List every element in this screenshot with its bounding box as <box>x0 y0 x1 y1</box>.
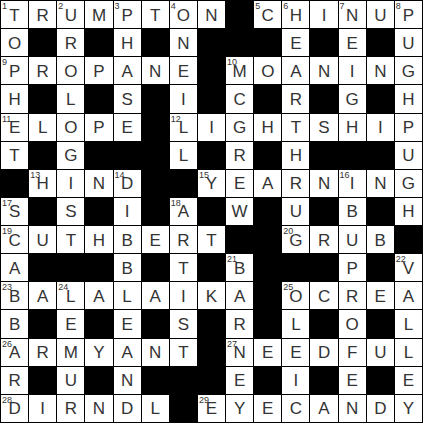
cell-letter: R <box>57 395 84 422</box>
cell-letter: N <box>142 57 169 84</box>
cell-r4c13[interactable]: I <box>367 114 394 141</box>
block-cell-r11c3 <box>85 310 112 337</box>
cell-r8c11[interactable]: R <box>310 226 337 253</box>
cell-r11c2[interactable]: E <box>57 310 84 337</box>
cell-letter: H <box>85 226 112 253</box>
cell-letter: N <box>85 395 112 422</box>
cell-r8c6[interactable]: R <box>170 226 197 253</box>
cell-r14c14[interactable]: Y <box>395 395 422 422</box>
cell-r0c1[interactable]: R <box>29 1 56 28</box>
cell-r10c6[interactable]: I <box>170 282 197 309</box>
cell-letter: R <box>226 310 253 337</box>
cell-letter: T <box>170 254 197 281</box>
cell-r5c0[interactable]: T <box>1 142 28 169</box>
cell-r12c6[interactable]: T <box>170 339 197 366</box>
cell-r12c14[interactable]: L <box>395 339 422 366</box>
cell-r8c10[interactable]: 20G <box>282 226 309 253</box>
cell-r11c8[interactable]: R <box>226 310 253 337</box>
block-cell-r3c1 <box>29 85 56 112</box>
cell-r4c9[interactable]: H <box>254 114 281 141</box>
cell-letter: S <box>170 310 197 337</box>
cell-letter: T <box>1 1 28 28</box>
block-cell-r7c9 <box>254 198 281 225</box>
block-cell-r9c5 <box>142 254 169 281</box>
cell-r2c13[interactable]: N <box>367 57 394 84</box>
cell-r14c11[interactable]: A <box>310 395 337 422</box>
cell-r14c2[interactable]: R <box>57 395 84 422</box>
block-cell-r7c1 <box>29 198 56 225</box>
cell-r6c12[interactable]: 16I <box>339 170 366 197</box>
cell-r2c3[interactable]: P <box>85 57 112 84</box>
block-cell-r13c13 <box>367 367 394 394</box>
cell-r14c13[interactable]: D <box>367 395 394 422</box>
cell-letter: E <box>1 114 28 141</box>
block-cell-r11c9 <box>254 310 281 337</box>
cell-r8c2[interactable]: T <box>57 226 84 253</box>
cell-r8c5[interactable]: E <box>142 226 169 253</box>
block-cell-r13c1 <box>29 367 56 394</box>
cell-r13c4[interactable]: N <box>114 367 141 394</box>
block-cell-r4c5 <box>142 114 169 141</box>
cell-r12c2[interactable]: M <box>57 339 84 366</box>
cell-r13c8[interactable]: E <box>226 367 253 394</box>
cell-r2c0[interactable]: 9P <box>1 57 28 84</box>
cell-letter: A <box>1 339 28 366</box>
cell-letter: G <box>57 142 84 169</box>
cell-r8c12[interactable]: U <box>339 226 366 253</box>
block-cell-r11c13 <box>367 310 394 337</box>
cell-letter: G <box>395 57 422 84</box>
cell-letter: U <box>57 367 84 394</box>
cell-letter: T <box>142 1 169 28</box>
cell-letter: B <box>339 198 366 225</box>
cell-r4c8[interactable]: G <box>226 114 253 141</box>
cell-r8c4[interactable]: B <box>114 226 141 253</box>
block-cell-r13c5 <box>142 367 169 394</box>
cell-r7c6[interactable]: 18A <box>170 198 197 225</box>
cell-r5c2[interactable]: G <box>57 142 84 169</box>
cell-r3c12[interactable]: G <box>339 85 366 112</box>
cell-r3c4[interactable]: S <box>114 85 141 112</box>
cell-letter: G <box>395 170 422 197</box>
cell-r0c0[interactable]: 1T <box>1 1 28 28</box>
block-cell-r9c9 <box>254 254 281 281</box>
cell-r11c4[interactable]: E <box>114 310 141 337</box>
cell-letter: O <box>57 57 84 84</box>
cell-letter: N <box>339 1 366 28</box>
cell-letter: D <box>367 395 394 422</box>
block-cell-r1c5 <box>142 29 169 56</box>
cell-letter: U <box>395 142 422 169</box>
cell-r12c13[interactable]: U <box>367 339 394 366</box>
cell-r1c14[interactable]: U <box>395 29 422 56</box>
cell-r4c12[interactable]: H <box>339 114 366 141</box>
cell-letter: I <box>310 1 337 28</box>
cell-r4c7[interactable]: I <box>198 114 225 141</box>
cell-letter: P <box>114 1 141 28</box>
cell-r6c7[interactable]: 15Y <box>198 170 225 197</box>
cell-letter: E <box>170 57 197 84</box>
cell-r12c8[interactable]: 27N <box>226 339 253 366</box>
block-cell-r3c11 <box>310 85 337 112</box>
cell-r10c0[interactable]: 23B <box>1 282 28 309</box>
cell-letter: T <box>170 339 197 366</box>
cell-r12c9[interactable]: E <box>254 339 281 366</box>
cell-letter: E <box>282 29 309 56</box>
cell-r0c7[interactable]: N <box>198 1 225 28</box>
cell-r6c3[interactable]: N <box>85 170 112 197</box>
cell-letter: P <box>339 254 366 281</box>
cell-r1c10[interactable]: E <box>282 29 309 56</box>
cell-r6c14[interactable]: G <box>395 170 422 197</box>
cell-letter: P <box>1 57 28 84</box>
cell-r0c3[interactable]: M <box>85 1 112 28</box>
cell-letter: L <box>395 339 422 366</box>
cell-r0c10[interactable]: 6H <box>282 1 309 28</box>
cell-r2c14[interactable]: G <box>395 57 422 84</box>
cell-r10c10[interactable]: 25O <box>282 282 309 309</box>
cell-r9c4[interactable]: B <box>114 254 141 281</box>
block-cell-r6c0 <box>1 170 28 197</box>
cell-r8c7[interactable]: T <box>198 226 225 253</box>
cell-r1c12[interactable]: E <box>339 29 366 56</box>
cell-r6c2[interactable]: I <box>57 170 84 197</box>
cell-r4c10[interactable]: T <box>282 114 309 141</box>
cell-r2c8[interactable]: 10M <box>226 57 253 84</box>
cell-letter: A <box>114 57 141 84</box>
cell-r3c6[interactable]: I <box>170 85 197 112</box>
block-cell-r5c1 <box>29 142 56 169</box>
cell-r2c10[interactable]: A <box>282 57 309 84</box>
cell-letter: A <box>85 282 112 309</box>
cell-letter: T <box>282 114 309 141</box>
cell-r0c5[interactable]: T <box>142 1 169 28</box>
cell-letter: L <box>282 310 309 337</box>
cell-r4c2[interactable]: O <box>57 114 84 141</box>
cell-r4c14[interactable]: P <box>395 114 422 141</box>
cell-r0c4[interactable]: 3P <box>114 1 141 28</box>
cell-r8c0[interactable]: 19C <box>1 226 28 253</box>
block-cell-r1c3 <box>85 29 112 56</box>
cell-r8c3[interactable]: H <box>85 226 112 253</box>
cell-r14c10[interactable]: C <box>282 395 309 422</box>
cell-r10c14[interactable]: A <box>395 282 422 309</box>
cell-letter: L <box>29 114 56 141</box>
block-cell-r3c3 <box>85 85 112 112</box>
cell-r10c4[interactable]: L <box>114 282 141 309</box>
block-cell-r1c9 <box>254 29 281 56</box>
cell-r2c9[interactable]: O <box>254 57 281 84</box>
block-cell-r5c3 <box>85 142 112 169</box>
cell-r4c3[interactable]: P <box>85 114 112 141</box>
cell-letter: A <box>170 198 197 225</box>
cell-r12c3[interactable]: Y <box>85 339 112 366</box>
cell-letter: H <box>339 114 366 141</box>
block-cell-r13c9 <box>254 367 281 394</box>
cell-letter: R <box>29 1 56 28</box>
cell-r13c14[interactable]: E <box>395 367 422 394</box>
block-cell-r9c3 <box>85 254 112 281</box>
cell-letter: E <box>282 339 309 366</box>
cell-letter: E <box>339 367 366 394</box>
cell-letter: S <box>310 114 337 141</box>
cell-letter: C <box>310 282 337 309</box>
cell-letter: E <box>339 29 366 56</box>
block-cell-r8c14 <box>395 226 422 253</box>
cell-r7c2[interactable]: S <box>57 198 84 225</box>
cell-r7c4[interactable]: I <box>114 198 141 225</box>
cell-r2c12[interactable]: I <box>339 57 366 84</box>
cell-r11c6[interactable]: S <box>170 310 197 337</box>
cell-r11c10[interactable]: L <box>282 310 309 337</box>
cell-r7c0[interactable]: 17S <box>1 198 28 225</box>
cell-r2c11[interactable]: N <box>310 57 337 84</box>
cell-letter: O <box>282 282 309 309</box>
cell-r10c5[interactable]: A <box>142 282 169 309</box>
cell-r11c14[interactable]: L <box>395 310 422 337</box>
cell-letter: E <box>254 395 281 422</box>
cell-letter: O <box>170 1 197 28</box>
cell-r0c6[interactable]: 4O <box>170 1 197 28</box>
cell-letter: I <box>57 170 84 197</box>
cell-r10c3[interactable]: A <box>85 282 112 309</box>
block-cell-r14c6 <box>170 395 197 422</box>
block-cell-r7c11 <box>310 198 337 225</box>
cell-r1c4[interactable]: H <box>114 29 141 56</box>
block-cell-r6c5 <box>142 170 169 197</box>
cell-r4c6[interactable]: 12L <box>170 114 197 141</box>
cell-r12c0[interactable]: 26A <box>1 339 28 366</box>
cell-r12c12[interactable]: F <box>339 339 366 366</box>
cell-r1c6[interactable]: N <box>170 29 197 56</box>
block-cell-r11c1 <box>29 310 56 337</box>
cell-letter: F <box>339 339 366 366</box>
cell-r13c2[interactable]: U <box>57 367 84 394</box>
cell-letter: N <box>198 1 225 28</box>
block-cell-r9c7 <box>198 254 225 281</box>
cell-r0c14[interactable]: 8P <box>395 1 422 28</box>
cell-r10c2[interactable]: 24L <box>57 282 84 309</box>
cell-r10c1[interactable]: A <box>29 282 56 309</box>
cell-r10c12[interactable]: R <box>339 282 366 309</box>
cell-letter: L <box>170 142 197 169</box>
cell-letter: P <box>395 114 422 141</box>
cell-r5c6[interactable]: L <box>170 142 197 169</box>
block-cell-r1c11 <box>310 29 337 56</box>
cell-letter: L <box>170 114 197 141</box>
cell-letter: N <box>310 170 337 197</box>
cell-letter: R <box>170 226 197 253</box>
cell-r3c2[interactable]: L <box>57 85 84 112</box>
cell-letter: I <box>198 114 225 141</box>
cell-r7c12[interactable]: B <box>339 198 366 225</box>
cell-letter: L <box>57 85 84 112</box>
cell-letter: P <box>395 1 422 28</box>
cell-r13c0[interactable]: R <box>1 367 28 394</box>
cell-letter: A <box>29 282 56 309</box>
cell-r0c2[interactable]: 2U <box>57 1 84 28</box>
cell-r4c0[interactable]: 11E <box>1 114 28 141</box>
cell-r7c10[interactable]: U <box>282 198 309 225</box>
cell-r5c10[interactable]: H <box>282 142 309 169</box>
cell-letter: T <box>1 142 28 169</box>
cell-letter: C <box>254 1 281 28</box>
cell-r2c4[interactable]: A <box>114 57 141 84</box>
cell-letter: E <box>198 395 225 422</box>
cell-letter: H <box>395 198 422 225</box>
block-cell-r7c13 <box>367 198 394 225</box>
cell-letter: N <box>170 29 197 56</box>
cell-r8c13[interactable]: B <box>367 226 394 253</box>
cell-r14c9[interactable]: E <box>254 395 281 422</box>
cell-r6c10[interactable]: R <box>282 170 309 197</box>
cell-r6c8[interactable]: E <box>226 170 253 197</box>
cell-r9c8[interactable]: 21B <box>226 254 253 281</box>
block-cell-r3c5 <box>142 85 169 112</box>
cell-letter: U <box>339 226 366 253</box>
cell-r0c12[interactable]: 7N <box>339 1 366 28</box>
cell-letter: S <box>114 85 141 112</box>
cell-letter: O <box>339 310 366 337</box>
cell-r1c0[interactable]: O <box>1 29 28 56</box>
cell-r3c8[interactable]: C <box>226 85 253 112</box>
cell-r0c11[interactable]: I <box>310 1 337 28</box>
cell-r12c1[interactable]: R <box>29 339 56 366</box>
cell-r9c6[interactable]: T <box>170 254 197 281</box>
cell-letter: U <box>282 198 309 225</box>
cell-r12c10[interactable]: E <box>282 339 309 366</box>
cell-r3c10[interactable]: R <box>282 85 309 112</box>
cell-letter: Y <box>395 395 422 422</box>
cell-r2c5[interactable]: N <box>142 57 169 84</box>
cell-r3c0[interactable]: H <box>1 85 28 112</box>
cell-r11c12[interactable]: O <box>339 310 366 337</box>
block-cell-r11c11 <box>310 310 337 337</box>
cell-letter: L <box>57 282 84 309</box>
cell-letter: M <box>85 1 112 28</box>
cell-letter: E <box>395 367 422 394</box>
cell-letter: I <box>29 395 56 422</box>
cell-r14c0[interactable]: 28D <box>1 395 28 422</box>
cell-r14c5[interactable]: L <box>142 395 169 422</box>
cell-letter: D <box>1 395 28 422</box>
cell-letter: A <box>142 282 169 309</box>
cell-letter: N <box>310 57 337 84</box>
cell-r14c4[interactable]: D <box>114 395 141 422</box>
cell-r12c5[interactable]: N <box>142 339 169 366</box>
cell-letter: A <box>254 170 281 197</box>
cell-r10c11[interactable]: C <box>310 282 337 309</box>
cell-letter: S <box>57 198 84 225</box>
cell-r6c11[interactable]: N <box>310 170 337 197</box>
cell-letter: A <box>282 57 309 84</box>
cell-r9c14[interactable]: 22V <box>395 254 422 281</box>
block-cell-r5c11 <box>310 142 337 169</box>
cell-r11c0[interactable]: B <box>1 310 28 337</box>
cell-r10c8[interactable]: A <box>226 282 253 309</box>
cell-letter: R <box>29 57 56 84</box>
cell-letter: B <box>114 226 141 253</box>
block-cell-r9c10 <box>282 254 309 281</box>
cell-letter: N <box>142 339 169 366</box>
cell-r6c13[interactable]: N <box>367 170 394 197</box>
cell-r9c12[interactable]: P <box>339 254 366 281</box>
block-cell-r7c3 <box>85 198 112 225</box>
cell-letter: C <box>282 395 309 422</box>
cell-letter: A <box>395 282 422 309</box>
cell-r13c10[interactable]: I <box>282 367 309 394</box>
cell-letter: R <box>1 367 28 394</box>
cell-letter: N <box>367 170 394 197</box>
block-cell-r9c13 <box>367 254 394 281</box>
cell-r12c4[interactable]: A <box>114 339 141 366</box>
cell-r13c12[interactable]: E <box>339 367 366 394</box>
cell-r4c4[interactable]: E <box>114 114 141 141</box>
block-cell-r8c8 <box>226 226 253 253</box>
cell-letter: B <box>1 282 28 309</box>
cell-r2c6[interactable]: E <box>170 57 197 84</box>
cell-r0c9[interactable]: 5C <box>254 1 281 28</box>
cell-r7c8[interactable]: W <box>226 198 253 225</box>
cell-r2c2[interactable]: O <box>57 57 84 84</box>
cell-r0c13[interactable]: U <box>367 1 394 28</box>
block-cell-r9c1 <box>29 254 56 281</box>
cell-r5c14[interactable]: U <box>395 142 422 169</box>
cell-r4c1[interactable]: L <box>29 114 56 141</box>
block-cell-r8c9 <box>254 226 281 253</box>
cell-r6c1[interactable]: 13H <box>29 170 56 197</box>
cell-r14c7[interactable]: 29E <box>198 395 225 422</box>
cell-letter: E <box>226 170 253 197</box>
cell-r9c0[interactable]: A <box>1 254 28 281</box>
cell-r2c1[interactable]: R <box>29 57 56 84</box>
cell-r5c8[interactable]: R <box>226 142 253 169</box>
block-cell-r7c7 <box>198 198 225 225</box>
cell-letter: I <box>114 198 141 225</box>
cell-letter: M <box>57 339 84 366</box>
block-cell-r5c9 <box>254 142 281 169</box>
block-cell-r5c13 <box>367 142 394 169</box>
crossword-board: 1TR2UM3PT4ON5C6HI7NU8PORHNEEU9PROPANE10M… <box>0 0 423 423</box>
cell-letter: U <box>367 1 394 28</box>
cell-r10c13[interactable]: E <box>367 282 394 309</box>
cell-r1c2[interactable]: R <box>57 29 84 56</box>
cell-letter: H <box>282 1 309 28</box>
cell-r14c3[interactable]: N <box>85 395 112 422</box>
cell-letter: E <box>142 226 169 253</box>
cell-letter: T <box>198 226 225 253</box>
cell-letter: L <box>395 310 422 337</box>
block-cell-r0c8 <box>226 1 253 28</box>
cell-r12c11[interactable]: D <box>310 339 337 366</box>
cell-r7c14[interactable]: H <box>395 198 422 225</box>
block-cell-r1c1 <box>29 29 56 56</box>
cell-r8c1[interactable]: U <box>29 226 56 253</box>
cell-r14c1[interactable]: I <box>29 395 56 422</box>
cell-r14c12[interactable]: N <box>339 395 366 422</box>
cell-r14c8[interactable]: Y <box>226 395 253 422</box>
cell-r4c11[interactable]: S <box>310 114 337 141</box>
block-cell-r6c6 <box>170 170 197 197</box>
block-cell-r13c11 <box>310 367 337 394</box>
cell-letter: E <box>114 114 141 141</box>
cell-r10c7[interactable]: K <box>198 282 225 309</box>
cell-r6c4[interactable]: 14D <box>114 170 141 197</box>
cell-r6c9[interactable]: A <box>254 170 281 197</box>
cell-letter: N <box>85 170 112 197</box>
cell-letter: R <box>339 282 366 309</box>
cell-r3c14[interactable]: H <box>395 85 422 112</box>
